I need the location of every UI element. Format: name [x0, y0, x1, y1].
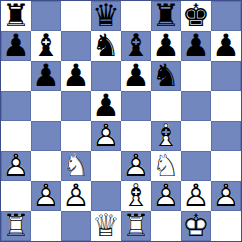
square-d1[interactable]: ♛♕	[91, 211, 121, 241]
square-h4[interactable]	[211, 121, 241, 151]
square-d3[interactable]	[91, 151, 121, 181]
square-h5[interactable]	[211, 91, 241, 121]
black-pawn-piece[interactable]: ♟	[211, 31, 241, 61]
white-king-piece[interactable]: ♚♔	[181, 211, 211, 241]
white-pawn-piece[interactable]: ♟♙	[211, 181, 241, 211]
white-pawn-piece[interactable]: ♟♙	[61, 181, 91, 211]
white-rook-piece[interactable]: ♜♖	[121, 211, 151, 241]
white-pawn-piece[interactable]: ♟♙	[151, 181, 181, 211]
square-a5[interactable]	[1, 91, 31, 121]
square-a7[interactable]: ♟	[1, 31, 31, 61]
piece-body: ♝	[31, 30, 61, 60]
square-a6[interactable]	[1, 61, 31, 91]
square-b6[interactable]: ♟	[31, 61, 61, 91]
square-g4[interactable]	[181, 121, 211, 151]
piece-body: ♝	[121, 30, 151, 60]
square-c2[interactable]: ♟♙	[61, 181, 91, 211]
piece-outline: ♙	[151, 180, 181, 210]
piece-outline: ♙	[211, 180, 241, 210]
square-c6[interactable]: ♟	[61, 61, 91, 91]
piece-outline: ♙	[1, 150, 31, 180]
piece-body: ♜	[151, 0, 181, 30]
piece-body: ♛	[91, 0, 121, 30]
black-knight-piece[interactable]: ♞	[151, 61, 181, 91]
piece-body: ♟	[91, 90, 121, 120]
square-c1[interactable]	[61, 211, 91, 241]
piece-outline: ♙	[91, 120, 121, 150]
black-knight-piece[interactable]: ♞	[91, 31, 121, 61]
piece-body: ♟	[1, 30, 31, 60]
white-pawn-piece[interactable]: ♟♙	[91, 121, 121, 151]
piece-outline: ♕	[91, 210, 121, 240]
chess-board: ♜♛♜♚♟♝♞♝♟♟♟♟♟♟♞♟♟♙♝♗♟♙♞♘♟♙♞♘♟♙♟♙♝♗♟♙♟♙♟♙…	[0, 0, 242, 242]
piece-outline: ♙	[31, 180, 61, 210]
piece-body: ♚	[181, 0, 211, 30]
white-rook-piece[interactable]: ♜♖	[1, 211, 31, 241]
white-queen-piece[interactable]: ♛♕	[91, 211, 121, 241]
piece-body: ♟	[211, 30, 241, 60]
piece-body: ♟	[151, 30, 181, 60]
square-a1[interactable]: ♜♖	[1, 211, 31, 241]
piece-outline: ♖	[1, 210, 31, 240]
white-pawn-piece[interactable]: ♟♙	[31, 181, 61, 211]
piece-body: ♞	[91, 30, 121, 60]
square-e5[interactable]	[121, 91, 151, 121]
square-b4[interactable]	[31, 121, 61, 151]
square-g7[interactable]: ♟	[181, 31, 211, 61]
square-a3[interactable]: ♟♙	[1, 151, 31, 181]
black-pawn-piece[interactable]: ♟	[1, 31, 31, 61]
square-b1[interactable]	[31, 211, 61, 241]
square-e6[interactable]: ♟	[121, 61, 151, 91]
square-d4[interactable]: ♟♙	[91, 121, 121, 151]
white-pawn-piece[interactable]: ♟♙	[1, 151, 31, 181]
square-f6[interactable]: ♞	[151, 61, 181, 91]
square-c8[interactable]	[61, 1, 91, 31]
piece-body: ♟	[61, 60, 91, 90]
square-f2[interactable]: ♟♙	[151, 181, 181, 211]
piece-outline: ♗	[151, 120, 181, 150]
piece-body: ♟	[181, 30, 211, 60]
square-h6[interactable]	[211, 61, 241, 91]
piece-outline: ♙	[121, 150, 151, 180]
square-h1[interactable]	[211, 211, 241, 241]
square-h7[interactable]: ♟	[211, 31, 241, 61]
black-pawn-piece[interactable]: ♟	[181, 31, 211, 61]
square-e1[interactable]: ♜♖	[121, 211, 151, 241]
piece-outline: ♙	[61, 180, 91, 210]
black-pawn-piece[interactable]: ♟	[61, 61, 91, 91]
square-h2[interactable]: ♟♙	[211, 181, 241, 211]
square-d7[interactable]: ♞	[91, 31, 121, 61]
piece-body: ♜	[1, 0, 31, 30]
square-g6[interactable]	[181, 61, 211, 91]
piece-outline: ♘	[61, 150, 91, 180]
piece-outline: ♔	[181, 210, 211, 240]
piece-outline: ♖	[121, 210, 151, 240]
piece-outline: ♙	[181, 180, 211, 210]
square-g1[interactable]: ♚♔	[181, 211, 211, 241]
square-f1[interactable]	[151, 211, 181, 241]
black-pawn-piece[interactable]: ♟	[31, 61, 61, 91]
square-g5[interactable]	[181, 91, 211, 121]
black-pawn-piece[interactable]: ♟	[121, 61, 151, 91]
square-b5[interactable]	[31, 91, 61, 121]
square-c5[interactable]	[61, 91, 91, 121]
piece-body: ♟	[31, 60, 61, 90]
piece-body: ♞	[151, 60, 181, 90]
square-b2[interactable]: ♟♙	[31, 181, 61, 211]
piece-outline: ♘	[151, 150, 181, 180]
piece-outline: ♗	[121, 180, 151, 210]
piece-body: ♟	[121, 60, 151, 90]
